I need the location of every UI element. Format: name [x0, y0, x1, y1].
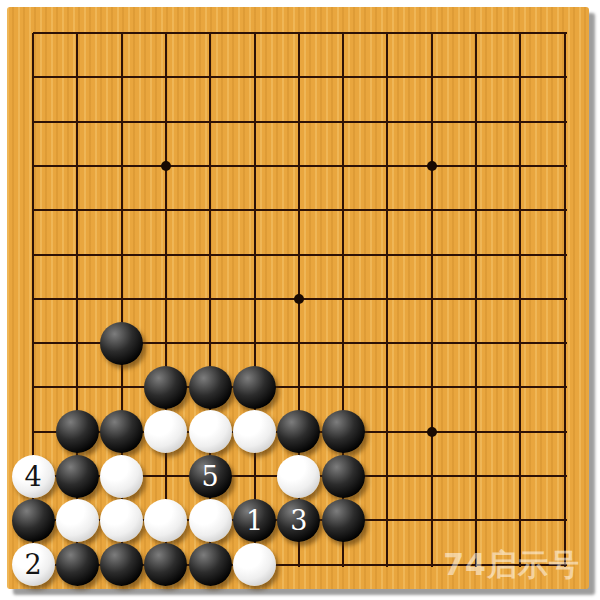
star-point: [427, 427, 437, 437]
star-point: [161, 161, 171, 171]
grid-line: [33, 121, 567, 123]
stone-black[interactable]: [144, 366, 187, 409]
grid-line: [33, 165, 567, 167]
stone-black[interactable]: [189, 543, 232, 586]
stone-white[interactable]: 2: [12, 543, 55, 586]
grid-line: [475, 33, 477, 567]
stone-black[interactable]: 3: [277, 499, 320, 542]
grid-line: [33, 386, 567, 388]
grid-line: [33, 254, 567, 256]
stone-white[interactable]: [100, 455, 143, 498]
stone-black[interactable]: [56, 455, 99, 498]
stone-black[interactable]: [56, 543, 99, 586]
stone-white[interactable]: 4: [12, 455, 55, 498]
move-number: 2: [24, 551, 41, 578]
grid-line: [564, 33, 566, 567]
move-number: 3: [290, 507, 307, 534]
stone-black[interactable]: [322, 455, 365, 498]
stone-white[interactable]: [233, 410, 276, 453]
stone-black[interactable]: 5: [189, 455, 232, 498]
go-board[interactable]: 45132: [7, 7, 589, 589]
grid-line: [165, 33, 167, 567]
grid-line: [519, 33, 521, 567]
stone-black[interactable]: [322, 410, 365, 453]
stone-black[interactable]: [189, 366, 232, 409]
stone-black[interactable]: [56, 410, 99, 453]
stone-white[interactable]: [189, 499, 232, 542]
grid-line: [33, 32, 567, 34]
grid-line: [33, 76, 567, 78]
stone-white[interactable]: [144, 499, 187, 542]
stone-white[interactable]: [100, 499, 143, 542]
stone-white[interactable]: [277, 455, 320, 498]
stone-white[interactable]: [189, 410, 232, 453]
stone-black[interactable]: [100, 410, 143, 453]
grid-line: [254, 33, 256, 567]
move-number: 5: [202, 463, 219, 490]
stone-black[interactable]: [233, 366, 276, 409]
stone-white[interactable]: [144, 410, 187, 453]
grid-line: [431, 33, 433, 567]
star-point: [294, 294, 304, 304]
stone-black[interactable]: [322, 499, 365, 542]
stone-white[interactable]: [56, 499, 99, 542]
stone-black[interactable]: [100, 322, 143, 365]
stone-black[interactable]: [144, 543, 187, 586]
stone-black[interactable]: 1: [233, 499, 276, 542]
grid-line: [386, 33, 388, 567]
move-number: 4: [24, 463, 41, 490]
stone-black[interactable]: [100, 543, 143, 586]
grid-line: [33, 209, 567, 211]
page: 45132 74启示号: [0, 0, 600, 600]
star-point: [427, 161, 437, 171]
move-number: 1: [246, 507, 263, 534]
stone-black[interactable]: [277, 410, 320, 453]
stone-black[interactable]: [12, 499, 55, 542]
stone-white[interactable]: [233, 543, 276, 586]
